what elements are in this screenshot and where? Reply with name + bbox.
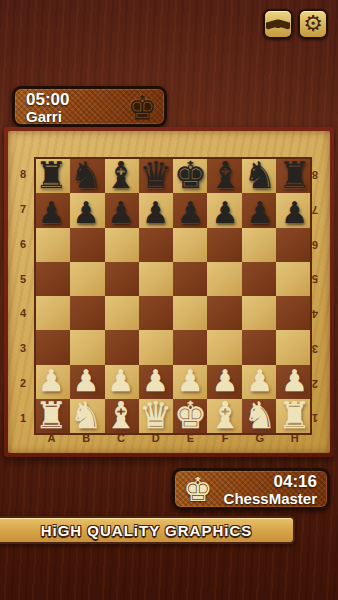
coord-label-7: 7: [12, 192, 34, 227]
black-rook-a8[interactable]: ♜: [35, 157, 68, 194]
handshake-icon: [266, 14, 290, 34]
black-pawn-d7[interactable]: ♟: [142, 198, 169, 228]
player-info-bottom: 04:16 ChessMaster: [175, 471, 327, 507]
board-border-frame: 87654321 87654321 ABCDEFGH ♜♞♝♛♚♝♞♜♟♟♟♟♟…: [8, 131, 330, 453]
black-king-e8[interactable]: ♚: [174, 157, 207, 194]
rank-labels-left: 87654321: [12, 157, 34, 435]
white-bishop-f1[interactable]: ♝: [209, 397, 242, 434]
white-knight-b1[interactable]: ♞: [70, 397, 103, 434]
white-pawn-e2[interactable]: ♟: [177, 366, 204, 396]
promo-banner-text: HiGH QUALiTY GRAPHiCS: [41, 522, 253, 539]
black-pawn-a7[interactable]: ♟: [38, 198, 65, 228]
player-bar-bottom: ♚ 04:16 ChessMaster: [172, 468, 330, 510]
white-pawn-f2[interactable]: ♟: [212, 366, 239, 396]
coord-label-1: 1: [12, 400, 34, 435]
draw-offer-button[interactable]: [263, 9, 293, 39]
coord-label-6: 6: [12, 227, 34, 262]
coord-label-8: 8: [12, 157, 34, 192]
settings-button[interactable]: ⚙: [298, 9, 328, 39]
white-queen-d1[interactable]: ♛: [139, 397, 172, 434]
black-queen-d8[interactable]: ♛: [139, 157, 172, 194]
promo-banner: HiGH QUALiTY GRAPHiCS: [0, 516, 295, 544]
white-clock: 04:16: [183, 473, 317, 491]
black-pawn-f7[interactable]: ♟: [212, 198, 239, 228]
black-pawn-e7[interactable]: ♟: [177, 198, 204, 228]
black-pawn-h7[interactable]: ♟: [281, 198, 308, 228]
white-pawn-a2[interactable]: ♟: [38, 366, 65, 396]
white-rook-h1[interactable]: ♜: [278, 397, 311, 434]
black-pawn-c7[interactable]: ♟: [107, 198, 134, 228]
black-pawn-g7[interactable]: ♟: [246, 198, 273, 228]
game-screen: ⚙ 05:00 Garri ♚ 87654321 87654321 ABCDEF…: [0, 0, 338, 600]
black-bishop-c8[interactable]: ♝: [104, 157, 137, 194]
coord-label-3: 3: [12, 331, 34, 366]
pieces-layer: ♜♞♝♛♚♝♞♜♟♟♟♟♟♟♟♟♟♟♟♟♟♟♟♟♜♞♝♛♚♝♞♜: [34, 157, 312, 435]
black-knight-b8[interactable]: ♞: [70, 157, 103, 194]
white-king-e1[interactable]: ♚: [174, 397, 207, 434]
black-rook-h8[interactable]: ♜: [278, 157, 311, 194]
white-knight-g1[interactable]: ♞: [243, 397, 276, 434]
white-pawn-g2[interactable]: ♟: [246, 366, 273, 396]
chess-board: 87654321 87654321 ABCDEFGH ♜♞♝♛♚♝♞♜♟♟♟♟♟…: [4, 127, 334, 457]
white-pawn-c2[interactable]: ♟: [107, 366, 134, 396]
black-king-icon: ♚: [127, 90, 157, 126]
white-bishop-c1[interactable]: ♝: [104, 397, 137, 434]
white-rook-a1[interactable]: ♜: [35, 397, 68, 434]
gear-icon: ⚙: [303, 13, 323, 35]
white-pawn-h2[interactable]: ♟: [281, 366, 308, 396]
coord-label-2: 2: [12, 366, 34, 401]
black-pawn-b7[interactable]: ♟: [73, 198, 100, 228]
white-player-name: ChessMaster: [183, 491, 317, 507]
black-knight-g8[interactable]: ♞: [243, 157, 276, 194]
white-pawn-d2[interactable]: ♟: [142, 366, 169, 396]
player-bar-top: 05:00 Garri ♚: [12, 86, 167, 127]
coord-label-5: 5: [12, 261, 34, 296]
black-bishop-f8[interactable]: ♝: [209, 157, 242, 194]
white-pawn-b2[interactable]: ♟: [73, 366, 100, 396]
coord-label-4: 4: [12, 296, 34, 331]
